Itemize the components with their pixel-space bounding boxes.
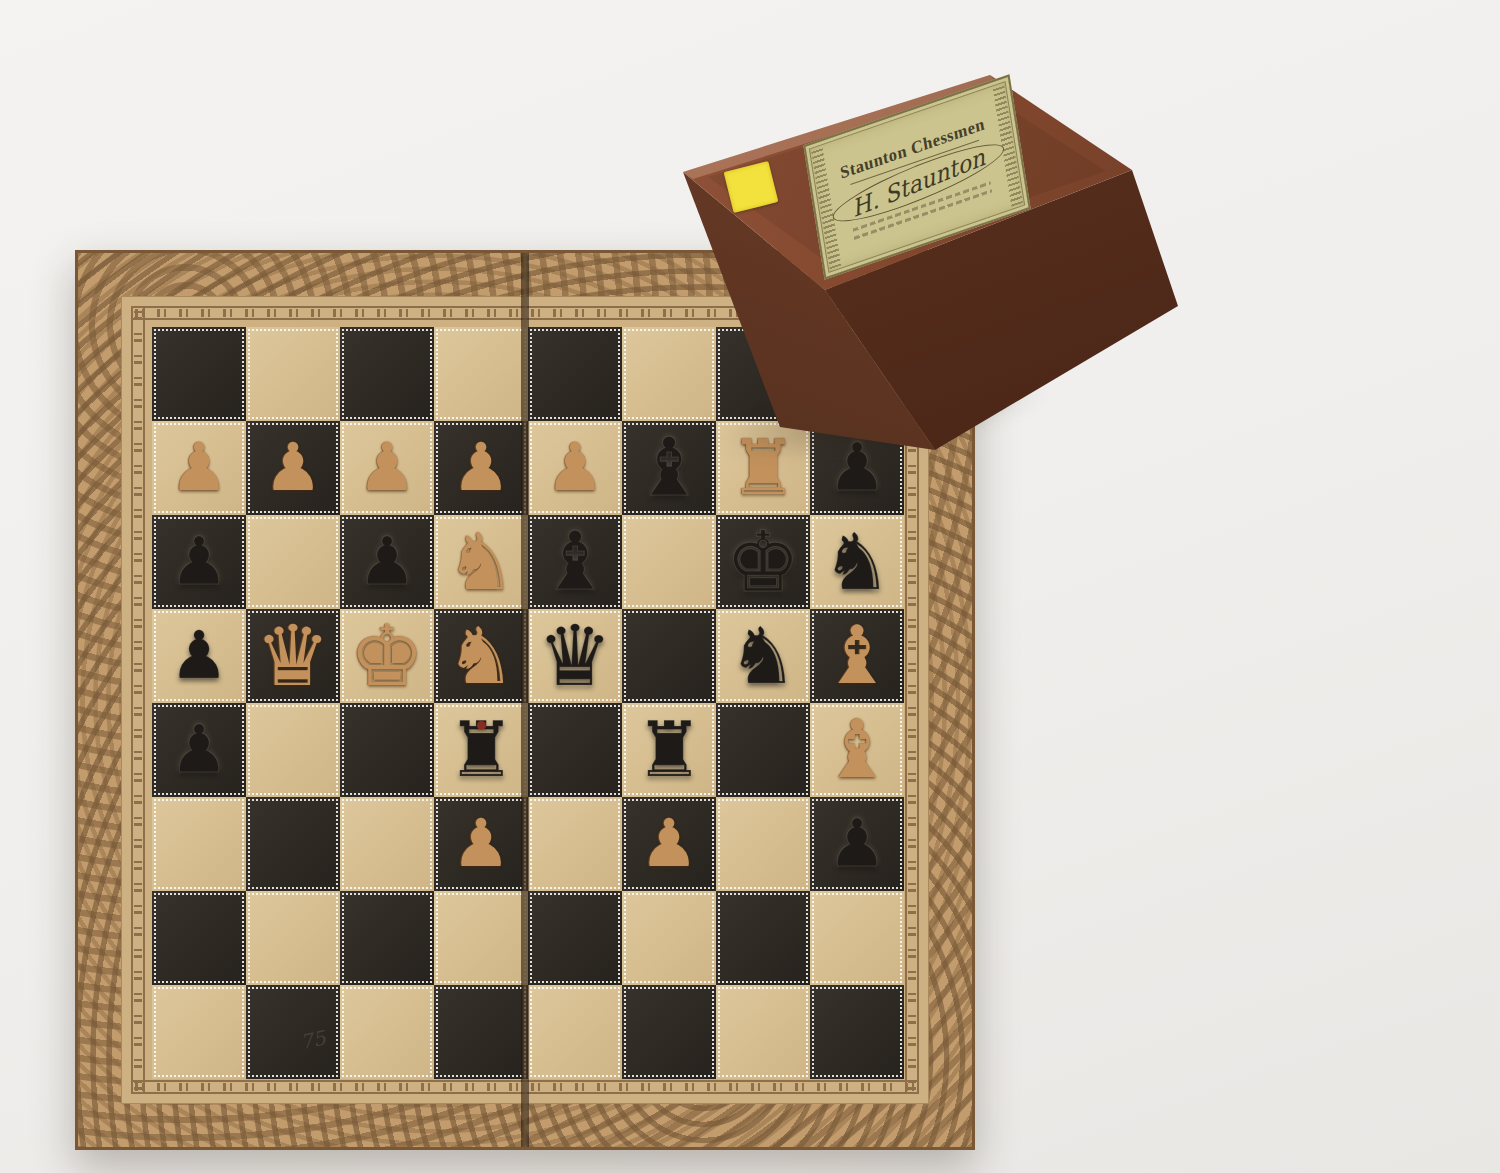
piece-white-pawn-b7[interactable]: ♟ bbox=[263, 435, 322, 501]
square-b1[interactable] bbox=[246, 985, 340, 1079]
square-a4[interactable]: ♟ bbox=[152, 703, 246, 797]
piece-white-knight-d6[interactable]: ♞ bbox=[446, 523, 516, 601]
square-d8[interactable] bbox=[434, 327, 528, 421]
square-c3[interactable] bbox=[340, 797, 434, 891]
piece-white-pawn-d7[interactable]: ♟ bbox=[451, 435, 510, 501]
square-g1[interactable] bbox=[716, 985, 810, 1079]
piece-black-knight-h6[interactable]: ♞ bbox=[822, 523, 892, 601]
square-f4[interactable]: ♜ bbox=[622, 703, 716, 797]
square-e6[interactable]: ♝ bbox=[528, 515, 622, 609]
square-b4[interactable] bbox=[246, 703, 340, 797]
piece-white-queen-b5[interactable]: ♛ bbox=[255, 614, 330, 698]
square-e5[interactable]: ♛ bbox=[528, 609, 622, 703]
square-a7[interactable]: ♟ bbox=[152, 421, 246, 515]
piece-white-knight-d5[interactable]: ♞ bbox=[446, 617, 516, 695]
square-e1[interactable] bbox=[528, 985, 622, 1079]
square-h5[interactable]: ♝ bbox=[810, 609, 904, 703]
square-g2[interactable] bbox=[716, 891, 810, 985]
square-h1[interactable] bbox=[810, 985, 904, 1079]
piece-black-pawn-a6[interactable]: ♟ bbox=[169, 529, 228, 595]
square-c6[interactable]: ♟ bbox=[340, 515, 434, 609]
square-b2[interactable] bbox=[246, 891, 340, 985]
chessmen-box: Staunton Chessmen H. Staunton bbox=[620, 50, 1180, 470]
piece-black-pawn-h3[interactable]: ♟ bbox=[827, 811, 886, 877]
square-c2[interactable] bbox=[340, 891, 434, 985]
square-b7[interactable]: ♟ bbox=[246, 421, 340, 515]
square-c5[interactable]: ♚ bbox=[340, 609, 434, 703]
piece-white-pawn-c7[interactable]: ♟ bbox=[357, 435, 416, 501]
piece-white-pawn-a7[interactable]: ♟ bbox=[169, 435, 228, 501]
square-f5[interactable] bbox=[622, 609, 716, 703]
square-g3[interactable] bbox=[716, 797, 810, 891]
board-fold-hinge bbox=[521, 253, 529, 1147]
piece-white-pawn-f3[interactable]: ♟ bbox=[639, 811, 698, 877]
photo-backdrop: ♜♟♟♟♟♟♝♜♟♟♟♞♝♚♞♟♛♚♞♛♞♝♟♜♜♝♟♟♟ 75 Staunto… bbox=[0, 0, 1500, 1173]
square-d4[interactable]: ♜ bbox=[434, 703, 528, 797]
square-e3[interactable] bbox=[528, 797, 622, 891]
square-b6[interactable] bbox=[246, 515, 340, 609]
piece-white-bishop-h4[interactable]: ♝ bbox=[821, 710, 893, 790]
piece-black-rook-d4[interactable]: ♜ bbox=[447, 712, 515, 788]
square-f1[interactable] bbox=[622, 985, 716, 1079]
square-f3[interactable]: ♟ bbox=[622, 797, 716, 891]
piece-black-rook-f4[interactable]: ♜ bbox=[635, 712, 703, 788]
square-f6[interactable] bbox=[622, 515, 716, 609]
square-d6[interactable]: ♞ bbox=[434, 515, 528, 609]
piece-white-pawn-e7[interactable]: ♟ bbox=[545, 435, 604, 501]
piece-black-pawn-c6[interactable]: ♟ bbox=[357, 529, 416, 595]
square-e4[interactable] bbox=[528, 703, 622, 797]
square-c7[interactable]: ♟ bbox=[340, 421, 434, 515]
square-a8[interactable] bbox=[152, 327, 246, 421]
square-a5[interactable]: ♟ bbox=[152, 609, 246, 703]
square-d7[interactable]: ♟ bbox=[434, 421, 528, 515]
greek-key-border-left bbox=[131, 306, 145, 1094]
piece-black-pawn-a4[interactable]: ♟ bbox=[169, 717, 228, 783]
square-a3[interactable] bbox=[152, 797, 246, 891]
square-h3[interactable]: ♟ bbox=[810, 797, 904, 891]
square-d1[interactable] bbox=[434, 985, 528, 1079]
square-d3[interactable]: ♟ bbox=[434, 797, 528, 891]
piece-black-bishop-e6[interactable]: ♝ bbox=[539, 522, 611, 602]
square-f2[interactable] bbox=[622, 891, 716, 985]
square-h6[interactable]: ♞ bbox=[810, 515, 904, 609]
square-e8[interactable] bbox=[528, 327, 622, 421]
square-e2[interactable] bbox=[528, 891, 622, 985]
square-b8[interactable] bbox=[246, 327, 340, 421]
square-b3[interactable] bbox=[246, 797, 340, 891]
square-g6[interactable]: ♚ bbox=[716, 515, 810, 609]
piece-white-bishop-h5[interactable]: ♝ bbox=[821, 616, 893, 696]
square-h4[interactable]: ♝ bbox=[810, 703, 904, 797]
square-d5[interactable]: ♞ bbox=[434, 609, 528, 703]
square-a2[interactable] bbox=[152, 891, 246, 985]
square-a1[interactable] bbox=[152, 985, 246, 1079]
piece-black-king-g6[interactable]: ♚ bbox=[725, 520, 800, 604]
square-e7[interactable]: ♟ bbox=[528, 421, 622, 515]
square-a6[interactable]: ♟ bbox=[152, 515, 246, 609]
piece-black-knight-g5[interactable]: ♞ bbox=[728, 617, 798, 695]
piece-black-pawn-a5[interactable]: ♟ bbox=[169, 623, 228, 689]
square-h2[interactable] bbox=[810, 891, 904, 985]
square-c1[interactable] bbox=[340, 985, 434, 1079]
square-d2[interactable] bbox=[434, 891, 528, 985]
square-g4[interactable] bbox=[716, 703, 810, 797]
piece-white-pawn-d3[interactable]: ♟ bbox=[451, 811, 510, 877]
square-g5[interactable]: ♞ bbox=[716, 609, 810, 703]
square-c8[interactable] bbox=[340, 327, 434, 421]
piece-black-queen-e5[interactable]: ♛ bbox=[537, 614, 612, 698]
piece-white-king-c5[interactable]: ♚ bbox=[349, 614, 424, 698]
square-b5[interactable]: ♛ bbox=[246, 609, 340, 703]
square-c4[interactable] bbox=[340, 703, 434, 797]
